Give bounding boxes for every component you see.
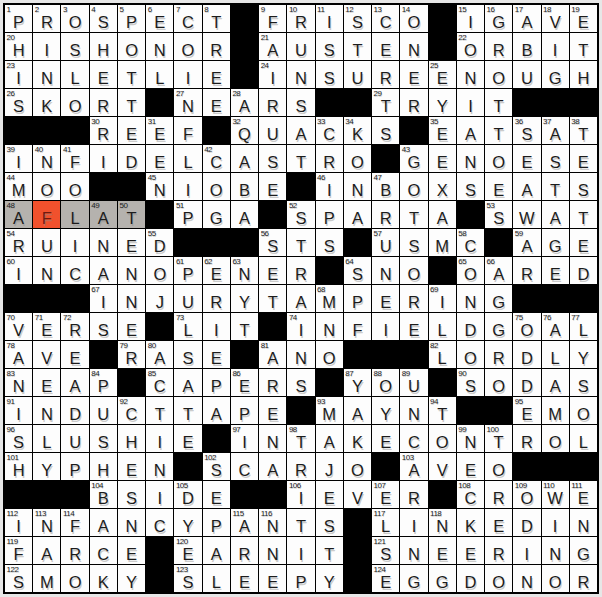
cell[interactable]: I: [287, 537, 314, 564]
cell[interactable]: T: [287, 229, 314, 256]
cell[interactable]: E: [203, 481, 230, 508]
cell[interactable]: 112I: [5, 509, 32, 536]
cell[interactable]: 26S: [5, 89, 32, 116]
cell[interactable]: E: [429, 537, 456, 564]
cell[interactable]: 44M: [5, 173, 32, 200]
cell[interactable]: F: [344, 313, 371, 340]
cell[interactable]: O: [485, 369, 512, 396]
cell[interactable]: A: [203, 397, 230, 424]
cell[interactable]: E: [372, 33, 399, 60]
cell[interactable]: 118N: [429, 509, 456, 536]
cell[interactable]: E: [174, 425, 201, 452]
cell[interactable]: 83N: [5, 369, 32, 396]
cell[interactable]: 51P: [174, 201, 201, 228]
cell[interactable]: E: [542, 257, 569, 284]
cell[interactable]: N: [457, 285, 484, 312]
cell[interactable]: O: [485, 145, 512, 172]
cell[interactable]: R: [316, 145, 343, 172]
cell[interactable]: U: [174, 285, 201, 312]
cell[interactable]: E: [118, 453, 145, 480]
cell[interactable]: T: [174, 397, 201, 424]
cell[interactable]: A: [429, 201, 456, 228]
cell[interactable]: 113N: [33, 509, 60, 536]
cell[interactable]: N: [316, 313, 343, 340]
cell[interactable]: I: [174, 173, 201, 200]
cell[interactable]: R: [400, 481, 427, 508]
cell[interactable]: G: [429, 565, 456, 592]
cell[interactable]: N: [287, 341, 314, 368]
cell[interactable]: M: [33, 565, 60, 592]
cell[interactable]: D: [118, 145, 145, 172]
cell[interactable]: A: [542, 201, 569, 228]
cell[interactable]: S: [570, 369, 597, 396]
cell[interactable]: E: [570, 229, 597, 256]
cell[interactable]: I: [146, 481, 173, 508]
cell[interactable]: Y: [372, 397, 399, 424]
cell[interactable]: R: [287, 257, 314, 284]
cell[interactable]: 89U: [400, 369, 427, 396]
cell[interactable]: A: [33, 537, 60, 564]
cell[interactable]: S: [570, 173, 597, 200]
cell[interactable]: K: [457, 509, 484, 536]
cell[interactable]: 54R: [5, 229, 32, 256]
cell[interactable]: D: [61, 397, 88, 424]
cell[interactable]: 23I: [5, 61, 32, 88]
highlighted-cell[interactable]: 49A: [90, 201, 117, 228]
cell[interactable]: D: [457, 565, 484, 592]
cell[interactable]: G: [542, 61, 569, 88]
cell[interactable]: G: [542, 229, 569, 256]
cell[interactable]: R: [203, 33, 230, 60]
cell[interactable]: 116N: [259, 509, 286, 536]
cell[interactable]: N: [146, 453, 173, 480]
cell[interactable]: O: [344, 145, 371, 172]
cell[interactable]: E: [118, 229, 145, 256]
cell[interactable]: N: [400, 33, 427, 60]
cell[interactable]: T: [542, 173, 569, 200]
cell[interactable]: N: [513, 565, 540, 592]
cell[interactable]: A: [90, 257, 117, 284]
cell[interactable]: 28A: [231, 89, 258, 116]
cell[interactable]: P: [61, 453, 88, 480]
cell[interactable]: D: [457, 313, 484, 340]
active-cell[interactable]: F: [33, 201, 60, 228]
cell[interactable]: R: [485, 537, 512, 564]
cell[interactable]: E: [485, 509, 512, 536]
cell[interactable]: E: [457, 537, 484, 564]
cell[interactable]: 103A: [400, 453, 427, 480]
cell[interactable]: E: [400, 61, 427, 88]
cell[interactable]: 58C: [457, 229, 484, 256]
cell[interactable]: 114F: [61, 509, 88, 536]
cell[interactable]: 60I: [5, 257, 32, 284]
cell[interactable]: I: [203, 313, 230, 340]
cell[interactable]: N: [542, 537, 569, 564]
cell[interactable]: I: [372, 313, 399, 340]
cell[interactable]: 17A: [513, 5, 540, 32]
cell[interactable]: 7C: [174, 5, 201, 32]
cell[interactable]: O: [203, 173, 230, 200]
cell[interactable]: Y: [570, 341, 597, 368]
cell[interactable]: Y: [33, 453, 60, 480]
cell[interactable]: R: [513, 425, 540, 452]
cell[interactable]: 30R: [90, 117, 117, 144]
cell[interactable]: 10R: [287, 5, 314, 32]
cell[interactable]: R: [231, 537, 258, 564]
cell[interactable]: 11I: [316, 5, 343, 32]
cell[interactable]: O: [33, 173, 60, 200]
cell[interactable]: T: [287, 509, 314, 536]
cell[interactable]: S: [287, 89, 314, 116]
cell[interactable]: 109O: [513, 481, 540, 508]
cell[interactable]: N: [372, 257, 399, 284]
cell[interactable]: B: [231, 173, 258, 200]
cell[interactable]: U: [33, 229, 60, 256]
cell[interactable]: O: [61, 173, 88, 200]
cell[interactable]: 82L: [429, 341, 456, 368]
cell[interactable]: 95E: [513, 397, 540, 424]
cell[interactable]: P: [231, 397, 258, 424]
cell[interactable]: 39I: [5, 145, 32, 172]
cell[interactable]: 56S: [259, 229, 286, 256]
cell[interactable]: 119F: [5, 537, 32, 564]
cell[interactable]: 120E: [174, 537, 201, 564]
cell[interactable]: A: [344, 201, 371, 228]
cell[interactable]: Y: [174, 509, 201, 536]
cell[interactable]: L: [33, 425, 60, 452]
cell[interactable]: 24I: [259, 61, 286, 88]
cell[interactable]: 79R: [118, 341, 145, 368]
cell[interactable]: 105D: [174, 481, 201, 508]
cell[interactable]: I: [146, 425, 173, 452]
cell[interactable]: T: [485, 89, 512, 116]
cell[interactable]: E: [485, 173, 512, 200]
cell[interactable]: O: [400, 257, 427, 284]
cell[interactable]: G: [485, 313, 512, 340]
cell[interactable]: Y: [316, 565, 343, 592]
cell[interactable]: O: [485, 453, 512, 480]
cell[interactable]: 75O: [513, 313, 540, 340]
cell[interactable]: C: [146, 509, 173, 536]
cell[interactable]: N: [118, 257, 145, 284]
highlighted-cell[interactable]: 48A: [5, 201, 32, 228]
cell[interactable]: I: [61, 229, 88, 256]
cell[interactable]: R: [203, 285, 230, 312]
cell[interactable]: 77L: [570, 313, 597, 340]
cell[interactable]: A: [287, 117, 314, 144]
cell[interactable]: E: [457, 453, 484, 480]
cell[interactable]: N: [259, 537, 286, 564]
cell[interactable]: 68M: [316, 285, 343, 312]
cell[interactable]: K: [33, 89, 60, 116]
cell[interactable]: E: [118, 537, 145, 564]
cell[interactable]: S: [542, 145, 569, 172]
cell[interactable]: 108C: [457, 481, 484, 508]
cell[interactable]: 90S: [457, 369, 484, 396]
cell[interactable]: 36S: [513, 117, 540, 144]
cell[interactable]: R: [259, 369, 286, 396]
cell[interactable]: N: [259, 425, 286, 452]
cell[interactable]: 55D: [146, 229, 173, 256]
cell[interactable]: 29T: [372, 89, 399, 116]
cell[interactable]: 88O: [372, 369, 399, 396]
cell[interactable]: 20H: [5, 33, 32, 60]
cell[interactable]: S: [61, 33, 88, 60]
cell[interactable]: 123S: [174, 565, 201, 592]
cell[interactable]: H: [90, 453, 117, 480]
cell[interactable]: R: [485, 481, 512, 508]
cell[interactable]: H: [118, 425, 145, 452]
cell[interactable]: R: [400, 285, 427, 312]
cell[interactable]: X: [429, 173, 456, 200]
cell[interactable]: 21A: [259, 33, 286, 60]
cell[interactable]: E: [203, 89, 230, 116]
cell[interactable]: 97I: [231, 425, 258, 452]
cell[interactable]: H: [570, 61, 597, 88]
cell[interactable]: L: [429, 313, 456, 340]
cell[interactable]: 12S: [344, 5, 371, 32]
cell[interactable]: N: [33, 61, 60, 88]
cell[interactable]: C: [400, 425, 427, 452]
cell[interactable]: A: [344, 397, 371, 424]
cell[interactable]: 69I: [429, 285, 456, 312]
cell[interactable]: E: [259, 397, 286, 424]
cell[interactable]: 111E: [570, 481, 597, 508]
cell[interactable]: 84P: [90, 369, 117, 396]
cell[interactable]: N: [118, 509, 145, 536]
cell[interactable]: Y: [231, 285, 258, 312]
cell[interactable]: T: [485, 117, 512, 144]
cell[interactable]: 94T: [429, 397, 456, 424]
cell[interactable]: 76A: [542, 313, 569, 340]
cell[interactable]: T: [231, 313, 258, 340]
cell[interactable]: V: [344, 481, 371, 508]
cell[interactable]: 59A: [513, 229, 540, 256]
cell[interactable]: 31E: [146, 117, 173, 144]
cell[interactable]: 33C: [316, 117, 343, 144]
cell[interactable]: E: [118, 313, 145, 340]
cell[interactable]: 93M: [316, 397, 343, 424]
cell[interactable]: 42C: [203, 145, 230, 172]
cell[interactable]: 16G: [485, 5, 512, 32]
cell[interactable]: O: [174, 33, 201, 60]
cell[interactable]: 87Y: [344, 369, 371, 396]
cell[interactable]: E: [259, 173, 286, 200]
cell[interactable]: 85C: [146, 369, 173, 396]
cell[interactable]: K: [344, 425, 371, 452]
cell[interactable]: N: [33, 257, 60, 284]
cell[interactable]: 22O: [457, 33, 484, 60]
cell[interactable]: P: [203, 369, 230, 396]
cell[interactable]: N: [90, 229, 117, 256]
cell[interactable]: A: [61, 369, 88, 396]
cell[interactable]: 38T: [570, 117, 597, 144]
cell[interactable]: 61P: [174, 257, 201, 284]
cell[interactable]: I: [542, 509, 569, 536]
cell[interactable]: 115A: [231, 509, 258, 536]
cell[interactable]: O: [146, 257, 173, 284]
cell[interactable]: O: [570, 397, 597, 424]
cell[interactable]: R: [570, 565, 597, 592]
cell[interactable]: L: [542, 341, 569, 368]
cell[interactable]: Y: [118, 565, 145, 592]
cell[interactable]: O: [118, 33, 145, 60]
cell[interactable]: E: [203, 61, 230, 88]
cell[interactable]: Y: [429, 89, 456, 116]
cell[interactable]: G: [203, 201, 230, 228]
cell[interactable]: A: [231, 201, 258, 228]
cell[interactable]: O: [61, 89, 88, 116]
cell[interactable]: 43G: [400, 145, 427, 172]
cell[interactable]: F: [174, 117, 201, 144]
cell[interactable]: N: [344, 173, 371, 200]
cell[interactable]: 78A: [5, 341, 32, 368]
cell[interactable]: O: [485, 565, 512, 592]
cell[interactable]: E: [513, 145, 540, 172]
cell[interactable]: A: [316, 425, 343, 452]
cell[interactable]: L: [203, 565, 230, 592]
cell[interactable]: R: [485, 33, 512, 60]
cell[interactable]: I: [174, 61, 201, 88]
cell[interactable]: R: [287, 453, 314, 480]
cell[interactable]: T: [146, 397, 173, 424]
cell[interactable]: T: [259, 285, 286, 312]
cell[interactable]: J: [146, 285, 173, 312]
cell[interactable]: M: [429, 229, 456, 256]
cell[interactable]: E: [400, 313, 427, 340]
cell[interactable]: I: [542, 33, 569, 60]
cell[interactable]: S: [287, 369, 314, 396]
cell[interactable]: D: [513, 341, 540, 368]
cell[interactable]: O: [429, 425, 456, 452]
cell[interactable]: A: [457, 117, 484, 144]
cell[interactable]: P: [203, 509, 230, 536]
cell[interactable]: 27N: [174, 89, 201, 116]
cell[interactable]: 104B: [90, 481, 117, 508]
cell[interactable]: 92C: [118, 397, 145, 424]
cell[interactable]: G: [400, 565, 427, 592]
cell[interactable]: P: [287, 565, 314, 592]
cell[interactable]: B: [513, 33, 540, 60]
cell[interactable]: 32Q: [231, 117, 258, 144]
cell[interactable]: S: [90, 313, 117, 340]
cell[interactable]: P: [344, 285, 371, 312]
cell[interactable]: I: [33, 33, 60, 60]
cell[interactable]: U: [287, 33, 314, 60]
cell[interactable]: C: [90, 537, 117, 564]
cell[interactable]: 14O: [400, 5, 427, 32]
cell[interactable]: E: [90, 61, 117, 88]
cell[interactable]: 18V: [542, 5, 569, 32]
cell[interactable]: 71E: [33, 313, 60, 340]
cell[interactable]: E: [570, 145, 597, 172]
cell[interactable]: A: [231, 145, 258, 172]
cell[interactable]: 91I: [5, 397, 32, 424]
cell[interactable]: 63N: [231, 257, 258, 284]
cell[interactable]: 124E: [372, 565, 399, 592]
cell[interactable]: I: [457, 89, 484, 116]
cell[interactable]: E: [372, 425, 399, 452]
cell[interactable]: E: [231, 565, 258, 592]
cell[interactable]: N: [457, 145, 484, 172]
cell[interactable]: W: [513, 201, 540, 228]
cell[interactable]: 99N: [457, 425, 484, 452]
cell[interactable]: U: [61, 425, 88, 452]
cell[interactable]: A: [287, 285, 314, 312]
cell[interactable]: M: [542, 397, 569, 424]
cell[interactable]: L: [146, 61, 173, 88]
cell[interactable]: E: [316, 481, 343, 508]
cell[interactable]: 1P: [5, 5, 32, 32]
cell[interactable]: 45N: [146, 173, 173, 200]
cell[interactable]: N: [118, 285, 145, 312]
cell[interactable]: N: [146, 33, 173, 60]
cell[interactable]: C: [61, 257, 88, 284]
cell[interactable]: 72R: [61, 313, 88, 340]
cell[interactable]: 35E: [429, 117, 456, 144]
cell[interactable]: A: [203, 537, 230, 564]
cell[interactable]: T: [570, 33, 597, 60]
cell[interactable]: 110W: [542, 481, 569, 508]
cell[interactable]: T: [400, 201, 427, 228]
cell[interactable]: H: [90, 33, 117, 60]
cell[interactable]: N: [287, 61, 314, 88]
cell[interactable]: 100T: [485, 425, 512, 452]
cell[interactable]: P: [316, 201, 343, 228]
cell[interactable]: 62E: [203, 257, 230, 284]
cell[interactable]: 37A: [542, 117, 569, 144]
cell[interactable]: E: [146, 145, 173, 172]
cell[interactable]: 80A: [146, 341, 173, 368]
cell[interactable]: R: [400, 89, 427, 116]
cell[interactable]: 64S: [344, 257, 371, 284]
cell[interactable]: 122S: [5, 565, 32, 592]
cell[interactable]: T: [118, 61, 145, 88]
cell[interactable]: 53S: [485, 201, 512, 228]
cell[interactable]: S: [118, 481, 145, 508]
cell[interactable]: E: [259, 565, 286, 592]
cell[interactable]: E: [61, 341, 88, 368]
cell[interactable]: S: [316, 33, 343, 60]
cell[interactable]: D: [513, 509, 540, 536]
cell[interactable]: T: [118, 89, 145, 116]
cell[interactable]: 117L: [372, 509, 399, 536]
cell[interactable]: 40N: [33, 145, 60, 172]
cell[interactable]: A: [174, 369, 201, 396]
cell[interactable]: O: [542, 565, 569, 592]
cell[interactable]: 47B: [372, 173, 399, 200]
cell[interactable]: E: [118, 117, 145, 144]
cell[interactable]: 3O: [61, 5, 88, 32]
cell[interactable]: S: [90, 425, 117, 452]
cell[interactable]: 4S: [90, 5, 117, 32]
cell[interactable]: S: [259, 145, 286, 172]
cell[interactable]: N: [400, 537, 427, 564]
cell[interactable]: S: [316, 61, 343, 88]
cell[interactable]: 96S: [5, 425, 32, 452]
cell[interactable]: I: [90, 145, 117, 172]
cell[interactable]: 15I: [457, 5, 484, 32]
cell[interactable]: O: [61, 565, 88, 592]
cell[interactable]: R: [61, 537, 88, 564]
cell[interactable]: L: [570, 425, 597, 452]
cell[interactable]: A: [513, 173, 540, 200]
cell[interactable]: O: [485, 61, 512, 88]
cell[interactable]: S: [174, 341, 201, 368]
cell[interactable]: 98T: [287, 425, 314, 452]
cell[interactable]: 52S: [287, 201, 314, 228]
cell[interactable]: A: [90, 509, 117, 536]
